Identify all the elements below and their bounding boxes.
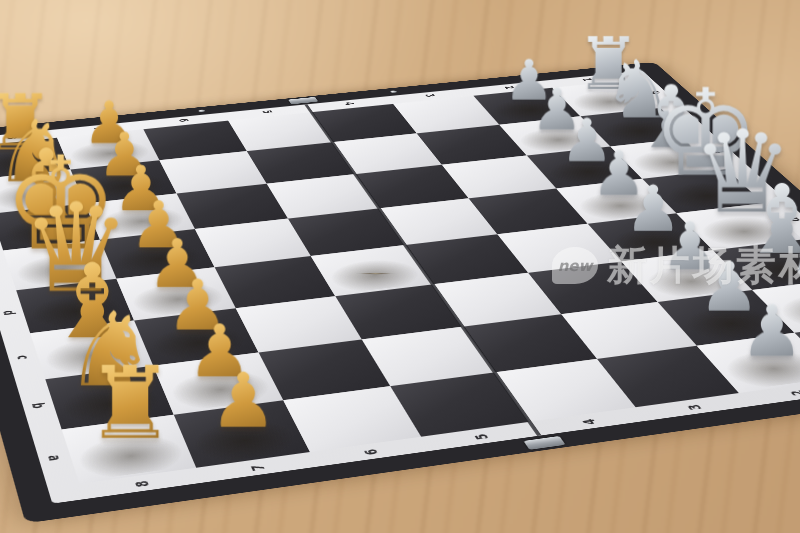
frame-rivet xyxy=(390,90,397,93)
rank-label-top-6: 6 xyxy=(175,116,193,124)
piece-black-R-a8: ♜ xyxy=(0,353,259,453)
top-coin-face: 1 xyxy=(343,150,405,187)
board-hinge-bottom xyxy=(523,436,565,450)
coin-value: 1 xyxy=(366,157,382,180)
watermark-text: 新片场素材 xyxy=(607,238,800,293)
photo-scene: ♜♟♟♜♞♟♟♞♝♟♟♝♚♟♟♚♛♟1♟♛♝♟♟♝♞♟♟♞♜♟♟♜ hhggff… xyxy=(0,0,800,533)
watermark-logo: new xyxy=(552,247,598,284)
watermark: new 新片场素材 xyxy=(552,238,800,293)
piece-white-P-a2: ♟ xyxy=(651,296,800,367)
